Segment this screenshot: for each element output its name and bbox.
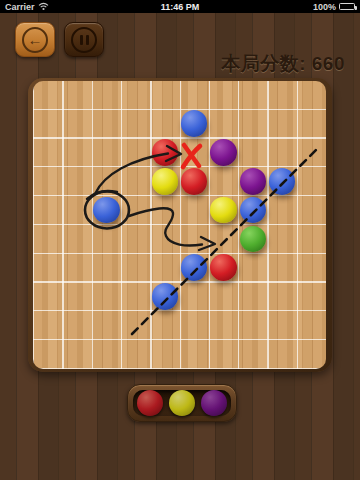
ball-blue[interactable] — [181, 254, 208, 281]
ball-purple[interactable] — [210, 139, 237, 166]
ball-blue[interactable] — [240, 197, 267, 224]
next-balls-tray — [127, 384, 237, 422]
ball-red[interactable] — [181, 168, 208, 195]
score-value: 660 — [312, 53, 345, 74]
score-label: 本局分数: — [221, 53, 306, 74]
battery-icon — [339, 3, 355, 10]
score-display: 本局分数: 660 — [221, 51, 345, 77]
tray-ball-yellow — [169, 390, 195, 416]
ball-blue[interactable] — [269, 168, 296, 195]
game-board[interactable] — [33, 81, 326, 369]
tray-ball-purple — [201, 390, 227, 416]
status-bar: 11:46 PM Carrier 100% — [0, 0, 360, 13]
ball-red[interactable] — [210, 254, 237, 281]
tray-inset — [133, 390, 231, 416]
ball-green[interactable] — [240, 226, 267, 253]
game-screen: 11:46 PM Carrier 100% ← 本局分数: 660 — [0, 0, 360, 480]
status-time: 11:46 PM — [0, 2, 360, 12]
ball-blue[interactable] — [93, 197, 120, 224]
tray-ball-red — [137, 390, 163, 416]
ball-red[interactable] — [152, 139, 179, 166]
ball-blue[interactable] — [181, 110, 208, 137]
back-button[interactable]: ← — [15, 22, 55, 57]
ball-yellow[interactable] — [210, 197, 237, 224]
arrow-left-icon: ← — [22, 27, 48, 53]
ball-yellow[interactable] — [152, 168, 179, 195]
pause-button[interactable] — [64, 22, 104, 57]
pause-icon — [71, 27, 97, 53]
ball-blue[interactable] — [152, 283, 179, 310]
ball-purple[interactable] — [240, 168, 267, 195]
board-frame — [28, 78, 332, 372]
